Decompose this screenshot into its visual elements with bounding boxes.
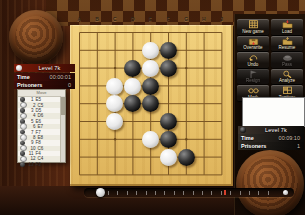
- black-stone-bowl-lid: [236, 150, 304, 215]
- move-number: 4: [27, 113, 36, 118]
- menu-button-label: Analyze: [279, 78, 295, 83]
- resume-button[interactable]: Resume: [271, 36, 303, 52]
- stone-white-E7: [142, 60, 159, 77]
- stone-black-G2: [178, 149, 195, 166]
- prisoners-value: 0: [68, 82, 71, 88]
- move-number: 11: [25, 151, 34, 156]
- resign-button: Resign: [237, 69, 269, 85]
- mark-icon: [246, 86, 261, 95]
- move-number: 2: [27, 103, 36, 108]
- stone-black-F3: [160, 131, 177, 148]
- pass-icon: [280, 53, 295, 62]
- analyze-icon: [280, 70, 295, 79]
- move-position: C4: [38, 156, 44, 161]
- board-icon: [246, 20, 261, 29]
- move-position: F8: [36, 140, 41, 145]
- white-player-prisoners-bar: Prisoners 0: [14, 81, 75, 89]
- new-game-button[interactable]: New game: [237, 19, 269, 35]
- stone-white-E8: [142, 42, 159, 59]
- menu-button-label: Resume: [279, 45, 296, 50]
- move-list-scrollbar[interactable]: [60, 96, 65, 162]
- menu-button-label: Resign: [246, 78, 260, 83]
- pass-button: Pass: [271, 52, 303, 68]
- move-position: E7: [38, 124, 44, 129]
- scrubber-handle[interactable]: [96, 188, 105, 197]
- time-label: Time: [241, 135, 254, 141]
- move-scrubber[interactable]: [84, 188, 294, 197]
- scrubber-end-handle[interactable]: [283, 190, 288, 195]
- stone-black-F7: [160, 60, 177, 77]
- scrubber-ticks: [108, 191, 274, 195]
- move-number: 13: [25, 162, 34, 167]
- stone-white-E3: [142, 131, 159, 148]
- time-label: Time: [17, 74, 30, 80]
- move-number: 10: [27, 146, 36, 151]
- column-label-d: D: [131, 16, 135, 22]
- move-position: F7: [36, 130, 41, 135]
- territory-icon: [280, 86, 295, 95]
- move-position: E5: [36, 97, 42, 102]
- menu-button-label: Pass: [282, 62, 292, 67]
- prisoners-label: Prisoners: [17, 82, 42, 88]
- stone-black-F4: [160, 113, 177, 130]
- scrollbar-thumb[interactable]: [61, 97, 65, 115]
- folder-up-icon: [280, 37, 295, 46]
- move-number: 12: [27, 156, 36, 161]
- menu-buttons: New gameLoadOverwriteResumeUndoPassResig…: [237, 19, 304, 101]
- black-player-time-bar: Time 00:09:10: [238, 134, 304, 142]
- stone-white-D6: [124, 78, 141, 95]
- black-player-level: Level 7k: [248, 127, 304, 133]
- move-position: F3: [36, 162, 41, 167]
- move-number: 9: [25, 140, 34, 145]
- white-player-level: Level 7k: [24, 65, 75, 71]
- analyze-button[interactable]: Analyze: [271, 69, 303, 85]
- column-label-e: E: [149, 16, 152, 22]
- undo-icon: [246, 53, 261, 62]
- white-stone-bowl: [9, 10, 63, 64]
- white-stone-icon: [16, 65, 22, 71]
- move-position: E8: [38, 135, 44, 140]
- column-label-g: G: [184, 16, 188, 22]
- move-position: D6: [38, 113, 44, 118]
- move-number: 1: [25, 97, 34, 102]
- white-player-level-bar: Level 7k: [14, 64, 75, 72]
- move-position: D5: [36, 108, 42, 113]
- move-position: C6: [38, 146, 44, 151]
- move-list[interactable]: Move 1E52C53D54D65E66E77F78E89F810C611F4…: [17, 89, 66, 163]
- column-label-c: C: [113, 16, 117, 22]
- stone-black-F8: [160, 42, 177, 59]
- disk-icon: [246, 37, 261, 46]
- stone-black-E6: [142, 78, 159, 95]
- move-number: 8: [27, 135, 36, 140]
- column-label-h: H: [202, 16, 206, 22]
- move-position: C5: [38, 103, 44, 108]
- column-label-b: B: [95, 16, 99, 22]
- menu-button-label: Overwrite: [243, 45, 262, 50]
- load-button[interactable]: Load: [271, 19, 303, 35]
- resign-icon: [246, 70, 261, 79]
- prisoners-value: 1: [297, 143, 300, 149]
- undo-button[interactable]: Undo: [237, 52, 269, 68]
- comment-box: [242, 97, 305, 127]
- scrubber-current-marker: [224, 190, 226, 195]
- stone-black-D7: [124, 60, 141, 77]
- time-value: 00:00:01: [50, 74, 71, 80]
- time-value: 00:09:10: [279, 135, 300, 141]
- move-position: F4: [36, 151, 41, 156]
- stone-white-F2: [160, 149, 177, 166]
- move-row-13[interactable]: 13F3: [18, 162, 65, 167]
- stone-white-C6: [106, 78, 123, 95]
- move-number: 6: [27, 124, 36, 129]
- go-game-screen: ABCDEFGHJ Level 7k Time 00:00:01 Prisone…: [0, 0, 305, 215]
- prisoners-label: Prisoners: [241, 143, 266, 149]
- move-position: E6: [36, 119, 42, 124]
- column-label-a: A: [77, 16, 81, 22]
- move-list-header: Move: [18, 90, 65, 97]
- column-label-j: J: [220, 16, 223, 22]
- move-number: 3: [25, 108, 34, 113]
- menu-button-label: Undo: [248, 62, 259, 67]
- column-label-f: F: [167, 16, 170, 22]
- menu-button-label: New game: [242, 29, 264, 34]
- black-player-level-bar: Level 7k: [238, 126, 304, 134]
- move-list-rows: 1E52C53D54D65E66E77F78E89F810C611F412C41…: [18, 97, 65, 167]
- white-player-time-bar: Time 00:00:01: [14, 73, 75, 81]
- go-board[interactable]: [70, 25, 233, 186]
- black-player-prisoners-bar: Prisoners 1: [238, 142, 304, 150]
- overwrite-button[interactable]: Overwrite: [237, 36, 269, 52]
- menu-button-label: Load: [282, 29, 292, 34]
- black-stone-icon: [240, 127, 246, 133]
- folder-down-icon: [280, 20, 295, 29]
